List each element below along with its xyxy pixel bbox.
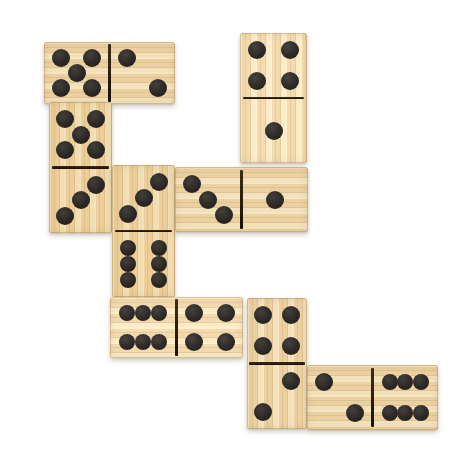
half-3: [175, 167, 242, 232]
domino-4-1[interactable]: [240, 33, 307, 163]
pip: [87, 176, 105, 194]
pip: [68, 64, 86, 82]
pip: [151, 305, 167, 321]
half-6: [112, 231, 175, 297]
pip: [254, 306, 272, 324]
pip: [56, 207, 74, 225]
domino-3-6[interactable]: [112, 165, 175, 297]
pip: [185, 304, 203, 322]
divider-line: [175, 299, 178, 355]
half-5: [49, 102, 112, 168]
pip: [281, 72, 299, 90]
half-3: [112, 165, 175, 231]
half-2: [247, 364, 307, 430]
domino-6-4[interactable]: [110, 297, 243, 358]
half-6: [110, 297, 177, 358]
pip: [265, 122, 283, 140]
pip: [87, 141, 105, 159]
pip: [56, 141, 74, 159]
pip: [52, 79, 70, 97]
pip: [397, 405, 413, 421]
pip: [72, 126, 90, 144]
divider-line: [115, 230, 173, 233]
half-3: [49, 168, 112, 234]
half-2: [307, 365, 373, 430]
pip: [266, 191, 284, 209]
pip: [150, 173, 168, 191]
domino-5-2[interactable]: [44, 42, 175, 104]
pip: [183, 175, 201, 193]
half-1: [242, 167, 309, 232]
pip: [151, 272, 167, 288]
domino-4-2[interactable]: [247, 298, 307, 429]
half-1: [240, 98, 307, 163]
pip: [119, 305, 135, 321]
pip: [120, 272, 136, 288]
pip: [135, 334, 151, 350]
dominoes-board: [0, 0, 465, 465]
pip: [382, 374, 398, 390]
pip: [87, 110, 105, 128]
half-2: [110, 42, 176, 104]
pip: [282, 372, 300, 390]
divider-line: [108, 44, 111, 101]
pip: [151, 334, 167, 350]
pip: [254, 337, 272, 355]
half-4: [247, 298, 307, 364]
divider-line: [240, 170, 243, 230]
pip: [72, 191, 90, 209]
half-4: [240, 33, 307, 98]
pip: [119, 205, 137, 223]
domino-3-1[interactable]: [175, 167, 308, 232]
pip: [413, 374, 429, 390]
pip: [315, 373, 333, 391]
pip: [118, 49, 136, 67]
pip: [119, 334, 135, 350]
pip: [135, 189, 153, 207]
divider-line: [243, 97, 305, 100]
divider-line: [371, 368, 374, 428]
pip: [135, 305, 151, 321]
pip: [217, 304, 235, 322]
pip: [346, 404, 364, 422]
pip: [282, 337, 300, 355]
pip: [254, 403, 272, 421]
half-4: [177, 297, 244, 358]
pip: [83, 49, 101, 67]
pip: [149, 79, 167, 97]
pip: [282, 306, 300, 324]
pip: [413, 405, 429, 421]
pip: [397, 374, 413, 390]
pip: [120, 240, 136, 256]
pip: [382, 405, 398, 421]
pip: [83, 79, 101, 97]
pip: [151, 256, 167, 272]
half-5: [44, 42, 110, 104]
pip: [215, 206, 233, 224]
half-6: [373, 365, 439, 430]
pip: [248, 72, 266, 90]
pip: [199, 191, 217, 209]
pip: [185, 333, 203, 351]
domino-2-6[interactable]: [307, 365, 438, 430]
pip: [120, 256, 136, 272]
pip: [281, 41, 299, 59]
divider-line: [249, 362, 304, 365]
pip: [151, 240, 167, 256]
divider-line: [52, 166, 110, 169]
pip: [217, 333, 235, 351]
pip: [248, 41, 266, 59]
domino-5-3[interactable]: [49, 102, 112, 233]
pip: [56, 110, 74, 128]
pip: [52, 49, 70, 67]
